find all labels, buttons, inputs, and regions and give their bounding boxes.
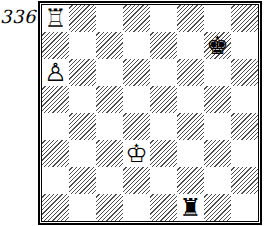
white-pawn-piece: ♙ <box>42 59 69 86</box>
square-h1[interactable] <box>231 194 258 221</box>
square-e5[interactable] <box>150 86 177 113</box>
square-h5[interactable] <box>231 86 258 113</box>
square-f8[interactable] <box>177 5 204 32</box>
square-g4[interactable] <box>204 113 231 140</box>
square-h2[interactable] <box>231 167 258 194</box>
square-d3[interactable]: ♔ <box>123 140 150 167</box>
square-d5[interactable] <box>123 86 150 113</box>
square-a3[interactable] <box>42 140 69 167</box>
square-d8[interactable] <box>123 5 150 32</box>
square-f2[interactable] <box>177 167 204 194</box>
white-king-piece: ♔ <box>123 140 150 167</box>
square-a1[interactable] <box>42 194 69 221</box>
square-b6[interactable] <box>69 59 96 86</box>
square-d6[interactable] <box>123 59 150 86</box>
square-f1[interactable]: ♜ <box>177 194 204 221</box>
square-f3[interactable] <box>177 140 204 167</box>
square-e3[interactable] <box>150 140 177 167</box>
chess-board-grid: ♖♚♙♔♜ <box>42 5 258 221</box>
square-a7[interactable] <box>42 32 69 59</box>
square-a4[interactable] <box>42 113 69 140</box>
square-g5[interactable] <box>204 86 231 113</box>
square-g2[interactable] <box>204 167 231 194</box>
square-f7[interactable] <box>177 32 204 59</box>
square-g3[interactable] <box>204 140 231 167</box>
square-h7[interactable] <box>231 32 258 59</box>
square-h4[interactable] <box>231 113 258 140</box>
square-a5[interactable] <box>42 86 69 113</box>
square-d7[interactable] <box>123 32 150 59</box>
black-rook-piece: ♜ <box>177 194 204 221</box>
square-b7[interactable] <box>69 32 96 59</box>
square-e6[interactable] <box>150 59 177 86</box>
square-e8[interactable] <box>150 5 177 32</box>
square-h3[interactable] <box>231 140 258 167</box>
square-c2[interactable] <box>96 167 123 194</box>
square-c5[interactable] <box>96 86 123 113</box>
black-king-piece: ♚ <box>204 32 231 59</box>
square-g6[interactable] <box>204 59 231 86</box>
square-d4[interactable] <box>123 113 150 140</box>
square-e7[interactable] <box>150 32 177 59</box>
square-g1[interactable] <box>204 194 231 221</box>
square-b8[interactable] <box>69 5 96 32</box>
square-b1[interactable] <box>69 194 96 221</box>
square-a2[interactable] <box>42 167 69 194</box>
square-c6[interactable] <box>96 59 123 86</box>
square-c1[interactable] <box>96 194 123 221</box>
square-f5[interactable] <box>177 86 204 113</box>
square-b4[interactable] <box>69 113 96 140</box>
square-d1[interactable] <box>123 194 150 221</box>
square-d2[interactable] <box>123 167 150 194</box>
chess-board-inner-border: ♖♚♙♔♜ <box>41 4 259 222</box>
square-c7[interactable] <box>96 32 123 59</box>
square-f6[interactable] <box>177 59 204 86</box>
square-e4[interactable] <box>150 113 177 140</box>
square-e1[interactable] <box>150 194 177 221</box>
square-a6[interactable]: ♙ <box>42 59 69 86</box>
square-b5[interactable] <box>69 86 96 113</box>
square-c3[interactable] <box>96 140 123 167</box>
square-h8[interactable] <box>231 5 258 32</box>
square-c4[interactable] <box>96 113 123 140</box>
white-rook-piece: ♖ <box>42 5 69 32</box>
square-c8[interactable] <box>96 5 123 32</box>
square-g8[interactable] <box>204 5 231 32</box>
square-h6[interactable] <box>231 59 258 86</box>
square-a8[interactable]: ♖ <box>42 5 69 32</box>
square-g7[interactable]: ♚ <box>204 32 231 59</box>
chess-diagram: 336 ♖♚♙♔♜ <box>0 0 264 226</box>
chess-board-border: ♖♚♙♔♜ <box>38 1 262 225</box>
square-f4[interactable] <box>177 113 204 140</box>
square-b2[interactable] <box>69 167 96 194</box>
square-e2[interactable] <box>150 167 177 194</box>
square-b3[interactable] <box>69 140 96 167</box>
diagram-number: 336 <box>0 6 36 27</box>
